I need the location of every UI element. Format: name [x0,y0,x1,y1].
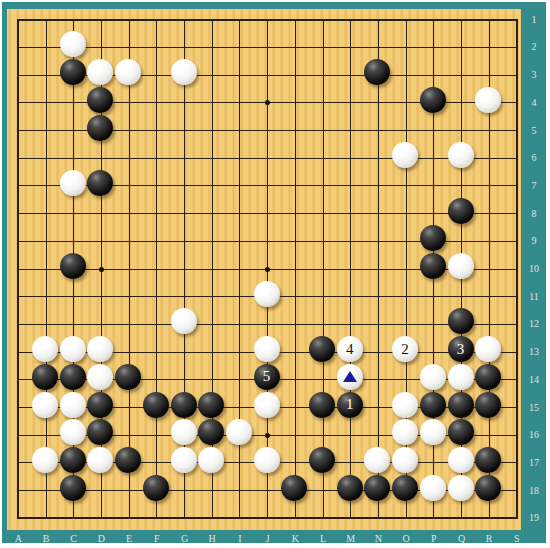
stone-white-C2[interactable] [60,31,86,57]
stone-white-J13[interactable] [254,336,280,362]
col-label-H: H [204,533,220,544]
go-diagram: 42351 ABCDEFGHIJKLMNOPQRS123456789101112… [0,0,550,548]
stone-white-P14[interactable] [420,364,446,390]
move-number-label: 3 [448,336,474,362]
row-label-11: 11 [523,291,545,302]
stone-black-N18[interactable] [364,475,390,501]
stone-white-G3[interactable] [171,59,197,85]
row-label-9: 9 [523,235,545,246]
col-label-S: S [509,533,525,544]
stone-black-Q8[interactable] [448,198,474,224]
stone-black-C10[interactable] [60,253,86,279]
stone-black-Q12[interactable] [448,308,474,334]
row-label-4: 4 [523,97,545,108]
stone-black-L15[interactable] [309,392,335,418]
stone-black-R18[interactable] [475,475,501,501]
stone-black-L17[interactable] [309,447,335,473]
col-label-M: M [343,533,359,544]
stone-black-C3[interactable] [60,59,86,85]
grid-line-horizontal [17,517,518,519]
stone-black-E17[interactable] [115,447,141,473]
stone-white-D14[interactable] [87,364,113,390]
stone-black-J14[interactable]: 5 [254,364,280,390]
stone-black-F18[interactable] [143,475,169,501]
stone-white-G12[interactable] [171,308,197,334]
row-label-6: 6 [523,152,545,163]
row-label-14: 14 [523,374,545,385]
stone-white-Q6[interactable] [448,142,474,168]
stone-white-M13[interactable]: 4 [337,336,363,362]
col-label-E: E [121,533,137,544]
col-label-K: K [287,533,303,544]
stone-white-C16[interactable] [60,419,86,445]
col-label-D: D [93,533,109,544]
triangle-marker-icon [343,371,357,382]
stone-white-B15[interactable] [32,392,58,418]
stone-black-P15[interactable] [420,392,446,418]
star-point [99,267,104,272]
stone-black-D15[interactable] [87,392,113,418]
row-label-7: 7 [523,180,545,191]
stone-white-P18[interactable] [420,475,446,501]
stone-white-G16[interactable] [171,419,197,445]
row-label-13: 13 [523,346,545,357]
move-number-label: 2 [392,336,418,362]
stone-black-B14[interactable] [32,364,58,390]
stone-white-Q17[interactable] [448,447,474,473]
stone-black-R17[interactable] [475,447,501,473]
grid-line-horizontal [17,324,518,325]
stone-black-E14[interactable] [115,364,141,390]
row-label-19: 19 [523,512,545,523]
row-label-5: 5 [523,125,545,136]
stone-white-Q10[interactable] [448,253,474,279]
col-label-I: I [232,533,248,544]
stone-black-C18[interactable] [60,475,86,501]
grid-line-horizontal [17,47,518,48]
stone-white-O17[interactable] [392,447,418,473]
col-label-J: J [260,533,276,544]
col-label-A: A [10,533,26,544]
row-label-3: 3 [523,69,545,80]
row-label-17: 17 [523,457,545,468]
row-label-12: 12 [523,318,545,329]
stone-white-I16[interactable] [226,419,252,445]
stone-white-O13[interactable]: 2 [392,336,418,362]
stone-black-D4[interactable] [87,87,113,113]
grid-line-horizontal [17,158,518,159]
stone-white-M14[interactable] [337,364,363,390]
star-point [265,433,270,438]
col-label-C: C [66,533,82,544]
stone-black-M15[interactable]: 1 [337,392,363,418]
stone-black-K18[interactable] [281,475,307,501]
stone-white-E3[interactable] [115,59,141,85]
move-number-label: 4 [337,336,363,362]
row-label-2: 2 [523,41,545,52]
row-label-18: 18 [523,485,545,496]
stone-black-R14[interactable] [475,364,501,390]
stone-white-G17[interactable] [171,447,197,473]
col-label-R: R [481,533,497,544]
stone-black-C17[interactable] [60,447,86,473]
stone-white-B17[interactable] [32,447,58,473]
stone-white-P16[interactable] [420,419,446,445]
stone-black-M18[interactable] [337,475,363,501]
stone-black-Q16[interactable] [448,419,474,445]
stone-white-H17[interactable] [198,447,224,473]
stone-white-Q14[interactable] [448,364,474,390]
move-number-label: 1 [337,392,363,418]
stone-black-G15[interactable] [171,392,197,418]
stone-black-O18[interactable] [392,475,418,501]
stone-black-H15[interactable] [198,392,224,418]
stone-white-R4[interactable] [475,87,501,113]
col-label-N: N [370,533,386,544]
stone-white-C7[interactable] [60,170,86,196]
row-label-8: 8 [523,208,545,219]
grid-line-horizontal [17,213,518,214]
row-label-1: 1 [523,14,545,25]
stone-black-P10[interactable] [420,253,446,279]
stone-black-Q13[interactable]: 3 [448,336,474,362]
stone-white-Q18[interactable] [448,475,474,501]
row-label-10: 10 [523,263,545,274]
star-point [265,267,270,272]
stone-black-F15[interactable] [143,392,169,418]
move-number-label: 5 [254,364,280,390]
col-label-L: L [315,533,331,544]
col-label-O: O [398,533,414,544]
grid-line-horizontal [17,19,518,21]
row-label-16: 16 [523,429,545,440]
stone-black-P9[interactable] [420,225,446,251]
col-label-Q: Q [454,533,470,544]
stone-black-D5[interactable] [87,115,113,141]
stone-white-C13[interactable] [60,336,86,362]
stone-white-J15[interactable] [254,392,280,418]
stone-white-O15[interactable] [392,392,418,418]
stone-white-J11[interactable] [254,281,280,307]
stone-black-P4[interactable] [420,87,446,113]
stone-white-B13[interactable] [32,336,58,362]
stone-black-C14[interactable] [60,364,86,390]
col-label-P: P [426,533,442,544]
col-label-F: F [149,533,165,544]
stone-white-J17[interactable] [254,447,280,473]
row-label-15: 15 [523,402,545,413]
stone-black-Q15[interactable] [448,392,474,418]
stone-black-L13[interactable] [309,336,335,362]
stone-white-C15[interactable] [60,392,86,418]
col-label-B: B [38,533,54,544]
col-label-G: G [177,533,193,544]
stone-black-R15[interactable] [475,392,501,418]
